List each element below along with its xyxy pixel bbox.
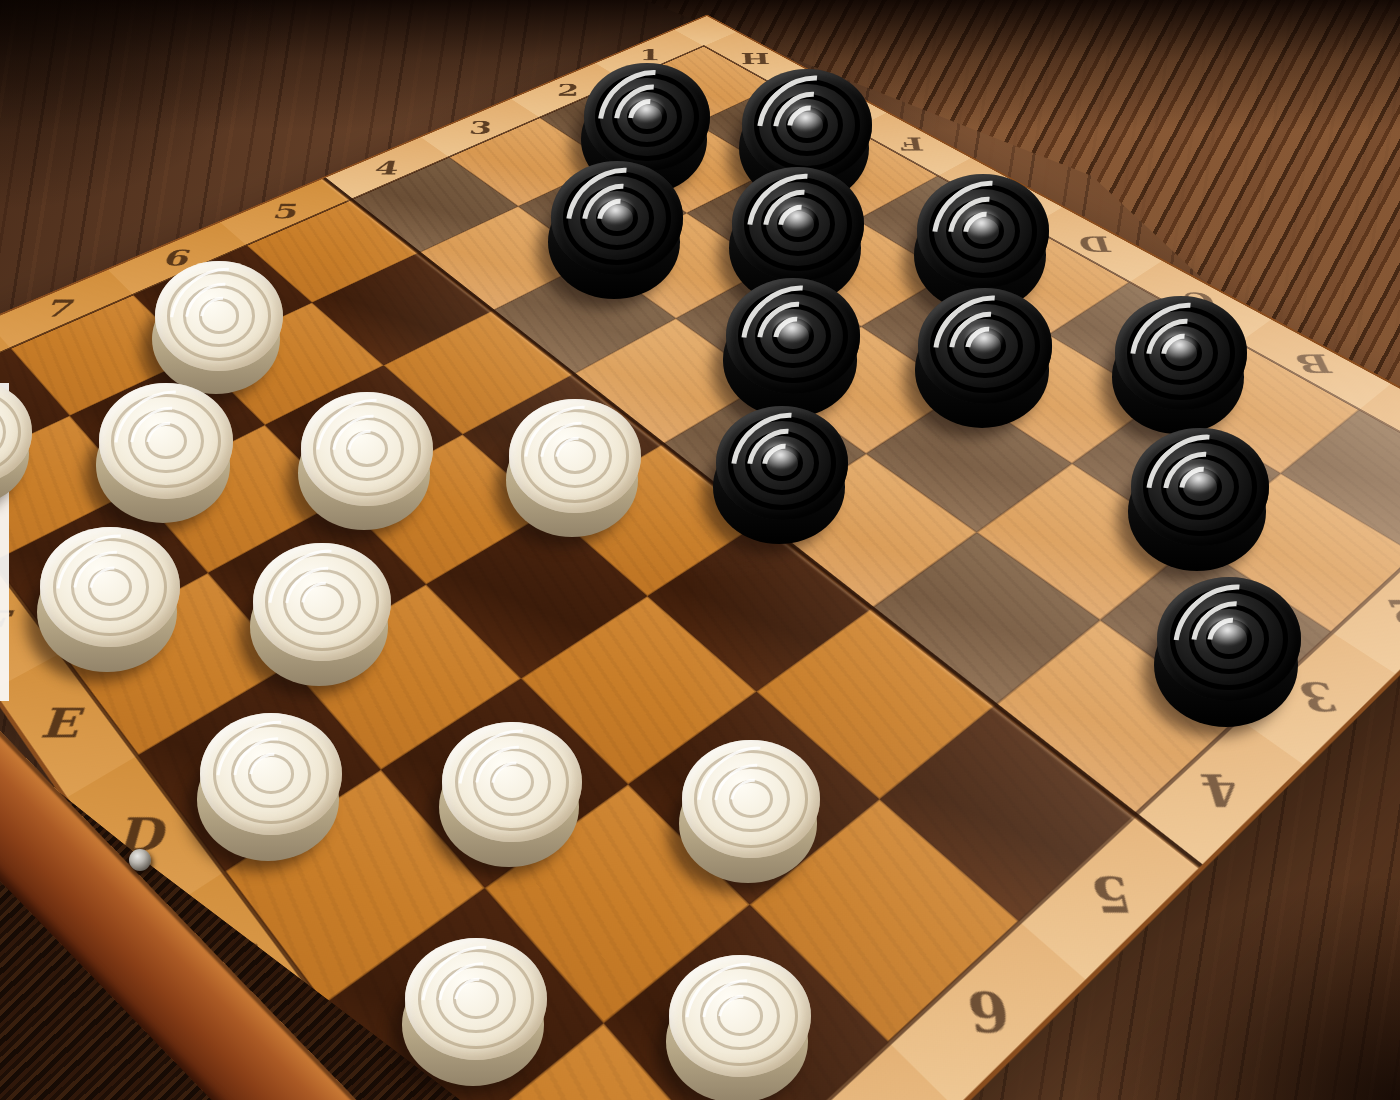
white-checker-e5[interactable] [509,399,641,536]
rank-label-3: 3 [468,117,494,138]
white-checker-h8[interactable] [0,380,32,505]
file-label-h: H [740,49,770,67]
gloss-highlight [627,95,665,123]
piece-top-face [584,63,710,171]
concentric-ring [729,780,773,818]
rank-label-4: 4 [373,157,402,179]
piece-top-face [1157,577,1301,701]
black-checker-g3[interactable] [551,161,683,298]
file-label-b: B [1290,348,1338,378]
white-checker-a7[interactable] [669,955,811,1100]
gloss-highlight [596,195,636,225]
gloss-highlight [964,323,1004,353]
piece-top-face [405,938,547,1060]
file-label-d: D [1075,231,1115,256]
checkers-photo-scene: HGFEDCBA1122334455667788HGFEDCBA [0,0,1400,1100]
piece-top-face [682,740,820,859]
file-label-f: F [898,133,926,154]
concentric-ring [300,583,344,621]
piece-top-face [155,261,283,371]
concentric-ring [554,438,596,474]
white-checker-h6[interactable] [155,261,283,394]
black-checker-d2[interactable] [918,288,1052,427]
concentric-ring [199,298,240,333]
concentric-ring [346,431,388,467]
rank-label-6: 6 [964,978,1015,1044]
gloss-highlight [786,103,825,132]
gloss-highlight [962,208,1002,238]
rank-label-2: 2 [556,80,580,99]
white-checker-b8[interactable] [405,938,547,1086]
gloss-highlight [772,313,812,343]
white-checker-g7[interactable] [99,383,233,522]
rank-label-2: 2 [1380,591,1400,633]
piece-top-face [1115,296,1247,410]
piece-top-face [200,713,342,835]
black-checker-a3[interactable] [1157,577,1301,727]
rank-label-7: 7 [41,294,80,322]
piece-top-face [1131,428,1269,547]
black-checker-c1[interactable] [1115,296,1247,433]
concentric-ring [248,754,293,793]
rank-label-5: 5 [1086,865,1138,923]
concentric-ring [717,996,762,1035]
piece-top-face [669,955,811,1077]
white-checker-b6[interactable] [682,740,820,884]
rank-label-4: 4 [1195,764,1247,816]
white-checker-e7[interactable] [253,543,391,687]
piece-top-face [40,527,180,647]
piece-top-face [742,69,872,181]
piece-top-face [99,383,233,498]
piece-top-face [509,399,641,513]
piece-top-face [301,392,433,506]
hinge-pin [129,849,151,871]
black-checker-e3[interactable] [726,278,860,417]
piece-top-face [726,278,860,393]
piece-top-face [253,543,391,662]
white-checker-f6[interactable] [301,392,433,529]
black-checker-d4[interactable] [716,406,848,543]
piece-top-face [917,174,1049,288]
piece-top-face [732,167,864,281]
gloss-highlight [761,440,801,470]
gloss-highlight [777,201,817,231]
piece-top-face [716,406,848,520]
black-checker-b2[interactable] [1131,428,1269,572]
concentric-ring [453,979,498,1018]
file-label-e: E [36,698,91,746]
gloss-highlight [1178,463,1219,494]
rank-label-1: 1 [639,46,660,64]
white-checker-d8[interactable] [200,713,342,861]
piece-top-face [442,722,582,842]
white-checker-f8[interactable] [40,527,180,673]
piece-top-face [551,161,683,275]
rank-label-5: 5 [270,199,302,223]
gloss-highlight [1160,330,1200,360]
piece-top-face [918,288,1052,403]
white-checker-c7[interactable] [442,722,582,868]
